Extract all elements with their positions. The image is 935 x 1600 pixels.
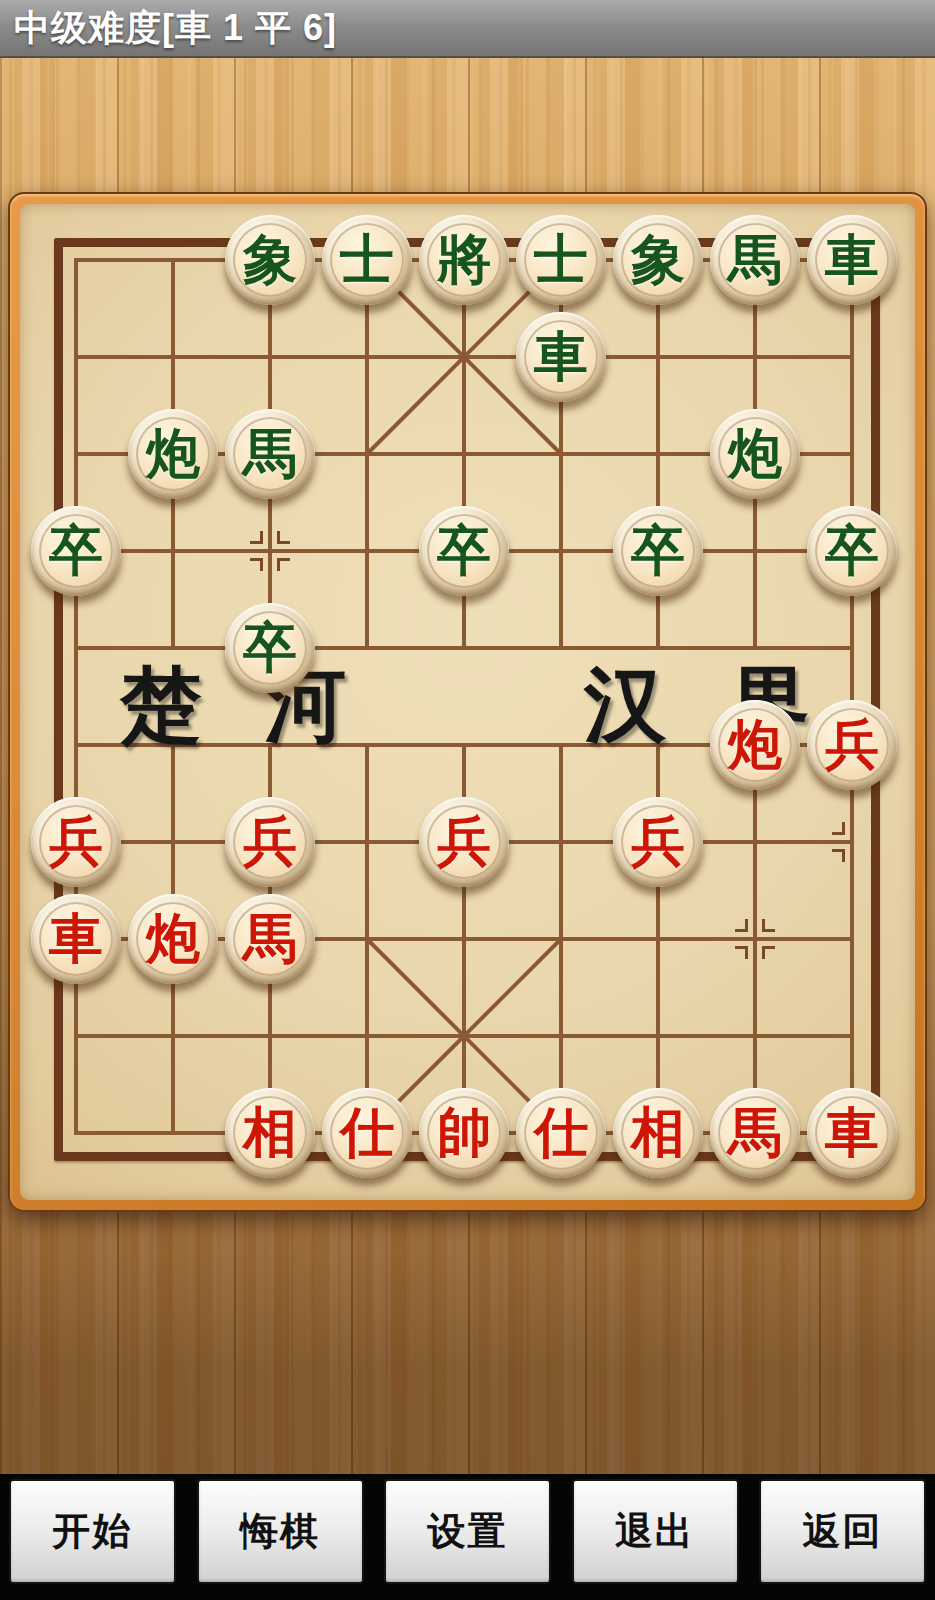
piece-red-horse[interactable]: 馬	[225, 894, 315, 984]
point-marker	[762, 946, 775, 959]
piece-glyph: 相	[613, 1088, 703, 1178]
piece-glyph: 兵	[613, 797, 703, 887]
piece-glyph: 士	[322, 215, 412, 305]
piece-black-chariot[interactable]: 車	[516, 312, 606, 402]
piece-glyph: 象	[613, 215, 703, 305]
piece-black-cannon[interactable]: 炮	[128, 409, 218, 499]
piece-glyph: 卒	[225, 603, 315, 693]
piece-glyph: 兵	[225, 797, 315, 887]
piece-red-chariot[interactable]: 車	[807, 1088, 897, 1178]
piece-glyph: 兵	[807, 700, 897, 790]
undo-move-button[interactable]: 悔棋	[197, 1479, 364, 1584]
piece-glyph: 炮	[128, 894, 218, 984]
piece-glyph: 炮	[128, 409, 218, 499]
piece-glyph: 仕	[516, 1088, 606, 1178]
piece-black-soldier[interactable]: 卒	[419, 506, 509, 596]
piece-glyph: 車	[516, 312, 606, 402]
piece-glyph: 仕	[322, 1088, 412, 1178]
point-marker	[832, 849, 845, 862]
point-marker	[277, 531, 290, 544]
piece-red-cannon[interactable]: 炮	[128, 894, 218, 984]
piece-black-elephant[interactable]: 象	[225, 215, 315, 305]
page-title: 中级难度[車 1 平 6]	[0, 4, 337, 53]
piece-black-soldier[interactable]: 卒	[807, 506, 897, 596]
piece-red-elephant[interactable]: 相	[225, 1088, 315, 1178]
settings-button[interactable]: 设置	[384, 1479, 551, 1584]
board-inner: 楚河 汉界 象士將士象馬車車炮馬炮卒卒卒卒卒炮兵兵兵兵兵車炮馬相仕帥仕相馬車	[20, 204, 915, 1200]
piece-glyph: 車	[31, 894, 121, 984]
piece-red-cannon[interactable]: 炮	[710, 700, 800, 790]
point-marker	[735, 946, 748, 959]
piece-black-soldier[interactable]: 卒	[225, 603, 315, 693]
piece-red-soldier[interactable]: 兵	[225, 797, 315, 887]
piece-glyph: 馬	[225, 894, 315, 984]
piece-red-elephant[interactable]: 相	[613, 1088, 703, 1178]
piece-glyph: 卒	[31, 506, 121, 596]
piece-glyph: 炮	[710, 700, 800, 790]
piece-glyph: 馬	[710, 1088, 800, 1178]
back-button[interactable]: 返回	[759, 1479, 926, 1584]
piece-black-horse[interactable]: 馬	[710, 215, 800, 305]
piece-glyph: 車	[807, 215, 897, 305]
piece-black-chariot[interactable]: 車	[807, 215, 897, 305]
point-marker	[250, 531, 263, 544]
point-marker	[832, 822, 845, 835]
piece-black-general[interactable]: 將	[419, 215, 509, 305]
piece-glyph: 帥	[419, 1088, 509, 1178]
piece-glyph: 馬	[225, 409, 315, 499]
piece-glyph: 兵	[419, 797, 509, 887]
exit-button[interactable]: 退出	[572, 1479, 739, 1584]
start-button[interactable]: 开始	[9, 1479, 176, 1584]
bottom-button-bar: 开始 悔棋 设置 退出 返回	[0, 1474, 935, 1600]
piece-glyph: 將	[419, 215, 509, 305]
xiangqi-board: 楚河 汉界 象士將士象馬車車炮馬炮卒卒卒卒卒炮兵兵兵兵兵車炮馬相仕帥仕相馬車	[8, 192, 927, 1212]
point-marker	[250, 558, 263, 571]
piece-black-soldier[interactable]: 卒	[31, 506, 121, 596]
piece-red-general[interactable]: 帥	[419, 1088, 509, 1178]
piece-red-soldier[interactable]: 兵	[419, 797, 509, 887]
piece-glyph: 卒	[807, 506, 897, 596]
piece-glyph: 馬	[710, 215, 800, 305]
point-marker	[277, 558, 290, 571]
point-marker	[735, 919, 748, 932]
piece-red-soldier[interactable]: 兵	[31, 797, 121, 887]
piece-black-horse[interactable]: 馬	[225, 409, 315, 499]
piece-red-advisor[interactable]: 仕	[322, 1088, 412, 1178]
point-marker	[762, 919, 775, 932]
piece-red-soldier[interactable]: 兵	[807, 700, 897, 790]
piece-black-soldier[interactable]: 卒	[613, 506, 703, 596]
piece-glyph: 象	[225, 215, 315, 305]
piece-glyph: 士	[516, 215, 606, 305]
piece-glyph: 卒	[613, 506, 703, 596]
piece-red-chariot[interactable]: 車	[31, 894, 121, 984]
piece-glyph: 車	[807, 1088, 897, 1178]
piece-black-advisor[interactable]: 士	[322, 215, 412, 305]
piece-glyph: 炮	[710, 409, 800, 499]
piece-black-cannon[interactable]: 炮	[710, 409, 800, 499]
piece-red-horse[interactable]: 馬	[710, 1088, 800, 1178]
piece-red-advisor[interactable]: 仕	[516, 1088, 606, 1178]
title-bar: 中级难度[車 1 平 6]	[0, 0, 935, 58]
piece-black-elephant[interactable]: 象	[613, 215, 703, 305]
piece-glyph: 卒	[419, 506, 509, 596]
piece-glyph: 相	[225, 1088, 315, 1178]
piece-glyph: 兵	[31, 797, 121, 887]
piece-black-advisor[interactable]: 士	[516, 215, 606, 305]
piece-red-soldier[interactable]: 兵	[613, 797, 703, 887]
